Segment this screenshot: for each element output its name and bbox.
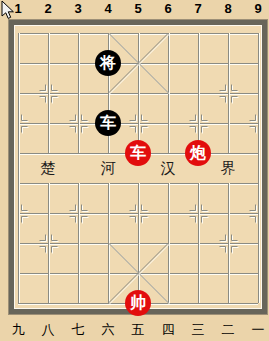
file-label-top-6: 6 [153,0,183,18]
file-label-top-3: 3 [63,0,93,18]
file-label-top-4: 4 [93,0,123,18]
file-label-bottom-5: 五 [123,320,153,340]
file-label-bottom-6: 四 [153,320,183,340]
piece-red-general[interactable]: 帅 [125,290,151,316]
file-label-top-2: 2 [33,0,63,18]
pieces-layer: 将车车炮帅 [3,18,269,318]
file-label-top-8: 8 [213,0,243,18]
file-label-bottom-3: 七 [63,320,93,340]
file-label-bottom-4: 六 [93,320,123,340]
file-labels-bottom: 九八七六五四三二一 [3,320,269,340]
file-label-bottom-2: 八 [33,320,63,340]
file-labels-top: 123456789 [3,0,269,18]
file-label-bottom-7: 三 [183,320,213,340]
file-label-top-9: 9 [243,0,269,18]
piece-red-chariot[interactable]: 车 [125,140,151,166]
xiangqi-app: 123456789 楚河汉界 将车车炮帅 九八七六五四三二一 [0,0,269,341]
piece-red-cannon[interactable]: 炮 [185,140,211,166]
file-label-bottom-1: 九 [3,320,33,340]
piece-black-general[interactable]: 将 [95,50,121,76]
mouse-cursor-icon [1,0,17,21]
file-label-top-5: 5 [123,0,153,18]
file-label-bottom-8: 二 [213,320,243,340]
piece-black-chariot[interactable]: 车 [95,110,121,136]
file-label-top-7: 7 [183,0,213,18]
file-label-bottom-9: 一 [243,320,269,340]
